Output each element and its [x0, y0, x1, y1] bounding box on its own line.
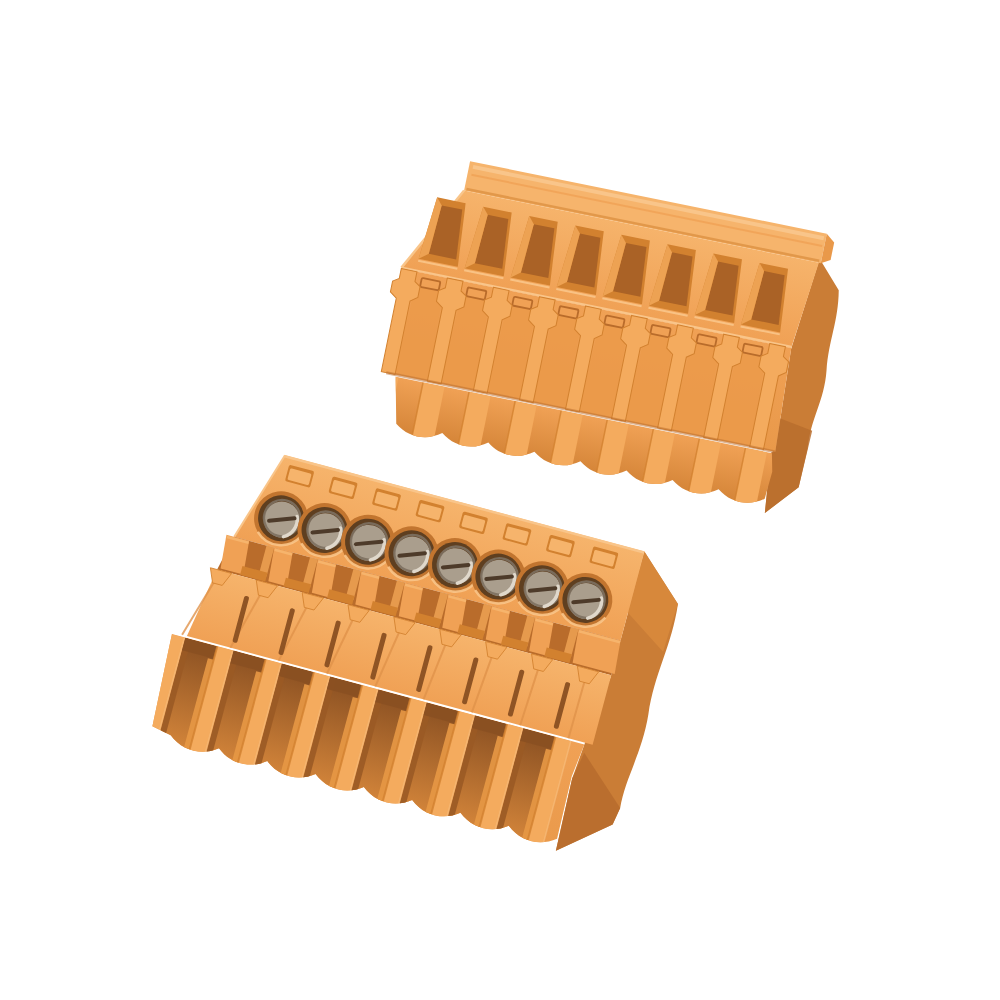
terminal-block-front-view — [137, 438, 690, 877]
skirt-rib — [365, 373, 399, 438]
terminal-block-rear-view — [362, 151, 854, 522]
product-photo — [0, 0, 1000, 1000]
skirt-rib-shade — [365, 373, 377, 434]
scene-canvas — [0, 0, 1000, 1000]
